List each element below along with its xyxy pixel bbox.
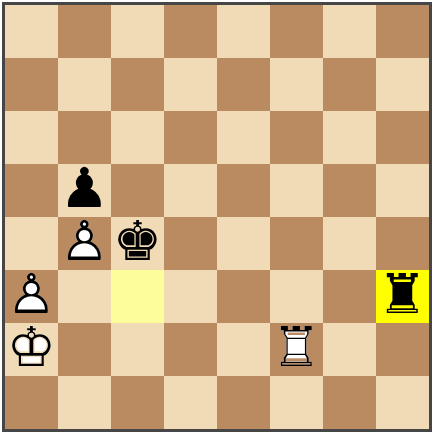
square-e6[interactable] <box>217 111 270 164</box>
white-rook-piece[interactable]: ♜♖ <box>270 323 323 376</box>
square-b2[interactable] <box>58 323 111 376</box>
white-piece-fill: ♚ <box>7 320 56 375</box>
square-e4[interactable] <box>217 217 270 270</box>
square-a5[interactable] <box>5 164 58 217</box>
square-c6[interactable] <box>111 111 164 164</box>
square-c4[interactable]: ♚ <box>111 217 164 270</box>
square-h8[interactable] <box>376 5 429 58</box>
square-e8[interactable] <box>217 5 270 58</box>
white-pawn-piece[interactable]: ♟♙ <box>58 217 111 270</box>
square-d3[interactable] <box>164 270 217 323</box>
black-rook-piece[interactable]: ♜ <box>376 270 429 323</box>
black-pawn-piece[interactable]: ♟ <box>58 164 111 217</box>
square-d2[interactable] <box>164 323 217 376</box>
square-c3[interactable] <box>111 270 164 323</box>
square-a1[interactable] <box>5 376 58 429</box>
black-piece-glyph: ♜ <box>378 267 427 322</box>
square-g5[interactable] <box>323 164 376 217</box>
square-a3[interactable]: ♟♙ <box>5 270 58 323</box>
square-g2[interactable] <box>323 323 376 376</box>
square-g8[interactable] <box>323 5 376 58</box>
square-b8[interactable] <box>58 5 111 58</box>
white-king-piece[interactable]: ♚♔ <box>5 323 58 376</box>
white-piece-outline: ♙ <box>7 267 56 322</box>
square-f8[interactable] <box>270 5 323 58</box>
square-d1[interactable] <box>164 376 217 429</box>
square-d6[interactable] <box>164 111 217 164</box>
square-h2[interactable] <box>376 323 429 376</box>
square-g6[interactable] <box>323 111 376 164</box>
square-g4[interactable] <box>323 217 376 270</box>
square-h5[interactable] <box>376 164 429 217</box>
black-piece-glyph: ♟ <box>60 161 109 216</box>
board-frame: ♟♟♙♚♟♙♜♚♔♜♖ <box>0 0 435 435</box>
black-piece-glyph: ♚ <box>113 214 162 269</box>
chess-board: ♟♟♙♚♟♙♜♚♔♜♖ <box>2 2 432 432</box>
square-f3[interactable] <box>270 270 323 323</box>
square-b1[interactable] <box>58 376 111 429</box>
white-pawn-piece[interactable]: ♟♙ <box>5 270 58 323</box>
square-e3[interactable] <box>217 270 270 323</box>
square-a6[interactable] <box>5 111 58 164</box>
white-piece-fill: ♟ <box>7 267 56 322</box>
square-f4[interactable] <box>270 217 323 270</box>
white-piece-outline: ♖ <box>272 320 321 375</box>
square-g7[interactable] <box>323 58 376 111</box>
square-h4[interactable] <box>376 217 429 270</box>
square-c2[interactable] <box>111 323 164 376</box>
white-piece-outline: ♔ <box>7 320 56 375</box>
square-d5[interactable] <box>164 164 217 217</box>
square-d8[interactable] <box>164 5 217 58</box>
square-c8[interactable] <box>111 5 164 58</box>
square-f2[interactable]: ♜♖ <box>270 323 323 376</box>
square-f6[interactable] <box>270 111 323 164</box>
black-king-piece[interactable]: ♚ <box>111 217 164 270</box>
square-c5[interactable] <box>111 164 164 217</box>
square-b6[interactable] <box>58 111 111 164</box>
square-c7[interactable] <box>111 58 164 111</box>
square-g3[interactable] <box>323 270 376 323</box>
square-e1[interactable] <box>217 376 270 429</box>
square-f1[interactable] <box>270 376 323 429</box>
square-e2[interactable] <box>217 323 270 376</box>
square-b3[interactable] <box>58 270 111 323</box>
square-e5[interactable] <box>217 164 270 217</box>
square-a4[interactable] <box>5 217 58 270</box>
square-f5[interactable] <box>270 164 323 217</box>
white-piece-fill: ♟ <box>60 214 109 269</box>
square-h6[interactable] <box>376 111 429 164</box>
square-a7[interactable] <box>5 58 58 111</box>
square-h3[interactable]: ♜ <box>376 270 429 323</box>
square-d4[interactable] <box>164 217 217 270</box>
square-d7[interactable] <box>164 58 217 111</box>
square-a2[interactable]: ♚♔ <box>5 323 58 376</box>
square-f7[interactable] <box>270 58 323 111</box>
square-b7[interactable] <box>58 58 111 111</box>
square-c1[interactable] <box>111 376 164 429</box>
square-h1[interactable] <box>376 376 429 429</box>
white-piece-fill: ♜ <box>272 320 321 375</box>
white-piece-outline: ♙ <box>60 214 109 269</box>
square-h7[interactable] <box>376 58 429 111</box>
square-a8[interactable] <box>5 5 58 58</box>
square-b4[interactable]: ♟♙ <box>58 217 111 270</box>
square-b5[interactable]: ♟ <box>58 164 111 217</box>
square-e7[interactable] <box>217 58 270 111</box>
square-g1[interactable] <box>323 376 376 429</box>
